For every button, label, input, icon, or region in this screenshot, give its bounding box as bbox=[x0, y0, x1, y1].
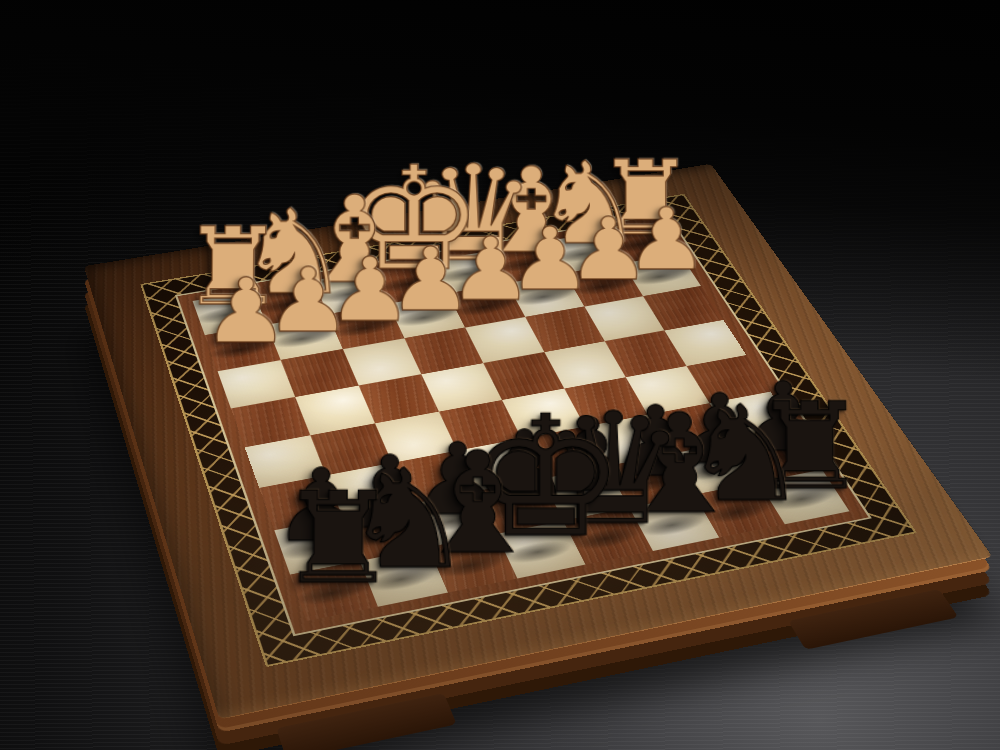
board-margin: ♜♞♝♚♛♝♞♜♟♟♟♟♟♟♟♟♟♟♟♟♟♟♟♟♜♞♝♚♛♝♞♜ bbox=[175, 213, 872, 636]
square-h2[interactable]: ♟ bbox=[205, 325, 281, 371]
chessboard-scene: ♜♞♝♚♛♝♞♜♟♟♟♟♟♟♟♟♟♟♟♟♟♟♟♟♜♞♝♚♛♝♞♜ bbox=[182, 80, 822, 720]
inlay-border: ♜♞♝♚♛♝♞♜♟♟♟♟♟♟♟♟♟♟♟♟♟♟♟♟♜♞♝♚♛♝♞♜ bbox=[140, 194, 917, 667]
square-h8[interactable]: ♜ bbox=[290, 561, 378, 621]
white-pawn-h2-icon[interactable]: ♟ bbox=[202, 267, 289, 357]
square-g4[interactable] bbox=[295, 385, 375, 435]
black-rook-h8-icon[interactable]: ♜ bbox=[277, 476, 399, 602]
board-grid: ♜♞♝♚♛♝♞♜♟♟♟♟♟♟♟♟♟♟♟♟♟♟♟♟♜♞♝♚♛♝♞♜ bbox=[193, 222, 850, 621]
table-surface: ♜♞♝♚♛♝♞♜♟♟♟♟♟♟♟♟♟♟♟♟♟♟♟♟♜♞♝♚♛♝♞♜ bbox=[0, 0, 1000, 750]
